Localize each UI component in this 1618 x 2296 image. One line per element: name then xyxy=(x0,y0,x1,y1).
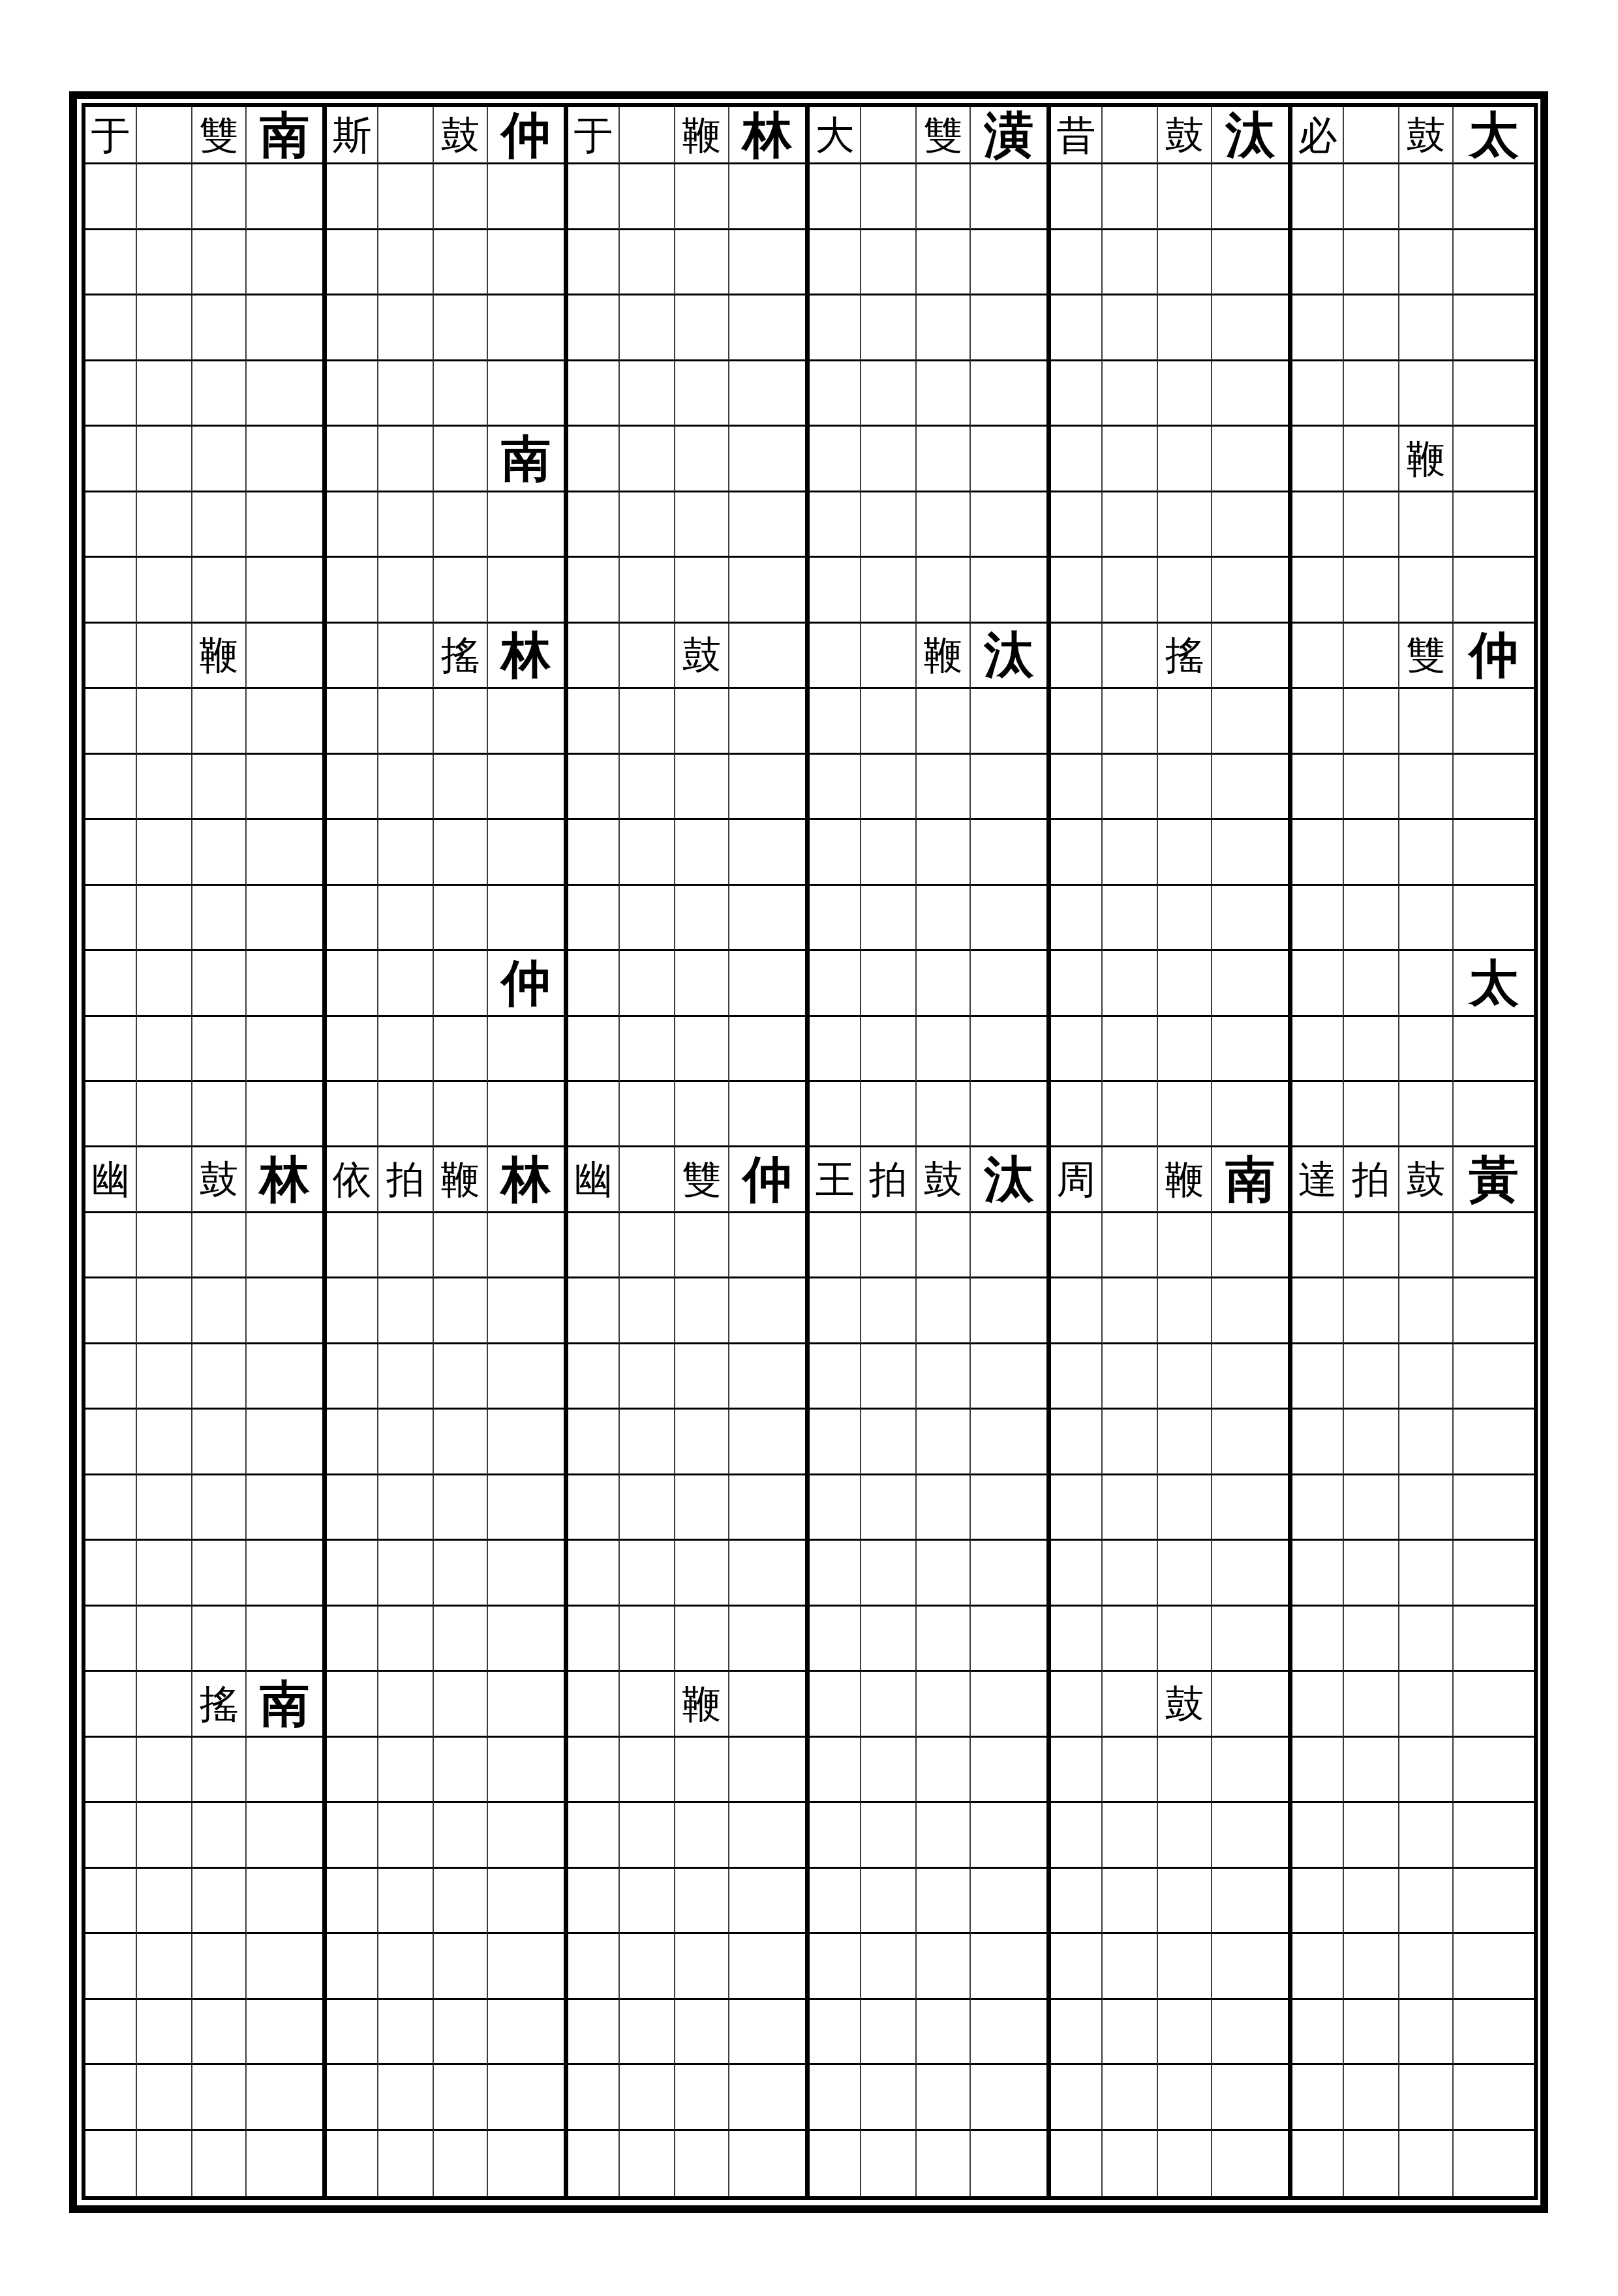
jeonggan-cell xyxy=(378,492,434,558)
jeonggan-cell xyxy=(568,1344,620,1410)
jeonggan-cell xyxy=(729,1738,810,1803)
jeonggan-cell xyxy=(1212,1017,1292,1082)
jeonggan-cell xyxy=(675,1344,730,1410)
jeonggan-cell xyxy=(729,886,810,951)
jeonggan-cell xyxy=(327,1672,378,1737)
pitch-char: 林 xyxy=(742,110,792,160)
jeonggan-cell xyxy=(1103,427,1158,492)
jeonggan-cell xyxy=(1212,1934,1292,1999)
jeonggan-cell xyxy=(971,427,1051,492)
jeonggan-cell xyxy=(327,1410,378,1475)
jeonggan-cell xyxy=(434,1344,489,1410)
jeonggan-cell xyxy=(971,558,1051,623)
jeonggan-cell xyxy=(137,107,192,164)
jeonggan-cell xyxy=(327,2000,378,2065)
jeonggan-cell xyxy=(85,951,137,1016)
jeonggan-cell xyxy=(247,558,327,623)
drum-char: 搖 xyxy=(440,635,480,674)
jeonggan-cell xyxy=(434,361,489,427)
jeonggan-cell xyxy=(1344,107,1399,164)
jeonggan-cell xyxy=(1292,689,1344,754)
jeonggan-cell xyxy=(1454,230,1534,295)
jeonggan-cell xyxy=(1212,2131,1292,2196)
jeonggan-cell xyxy=(1399,1410,1454,1475)
jeonggan-cell xyxy=(378,1082,434,1147)
jeonggan-cell xyxy=(247,1082,327,1147)
jeonggan-cell xyxy=(1344,427,1399,492)
jeonggan-cell xyxy=(192,558,247,623)
jeonggan-cell xyxy=(810,1541,861,1606)
jeonggan-cell xyxy=(1103,1213,1158,1278)
jeonggan-cell xyxy=(1454,2131,1534,2196)
jeonggan-cell xyxy=(861,295,917,361)
jeonggan-cell xyxy=(1399,1278,1454,1344)
jeonggan-cell xyxy=(568,164,620,230)
jeonggan-cell xyxy=(1454,820,1534,885)
pitch-char: 潢 xyxy=(984,110,1033,160)
jeonggan-cell xyxy=(861,1541,917,1606)
jeonggan-cell xyxy=(620,1213,675,1278)
jeonggan-cell xyxy=(247,492,327,558)
jeonggan-cell xyxy=(568,1869,620,1934)
jeonggan-cell xyxy=(247,230,327,295)
jeonggan-cell: 南 xyxy=(1212,1147,1292,1213)
jeonggan-cell xyxy=(1158,558,1213,623)
jeonggan-cell xyxy=(861,2000,917,2065)
jeonggan-cell xyxy=(1344,2131,1399,2196)
jeonggan-cell xyxy=(861,164,917,230)
jeonggan-cell xyxy=(488,558,568,623)
jeonggan-cell xyxy=(1051,1278,1103,1344)
jeonggan-cell xyxy=(378,689,434,754)
bak-char: 拍 xyxy=(1352,1160,1390,1198)
jeonggan-cell xyxy=(192,230,247,295)
jeonggan-cell xyxy=(1051,295,1103,361)
jeonggan-cell: 太 xyxy=(1454,107,1534,164)
jeonggan-cell xyxy=(327,1278,378,1344)
jeonggan-cell xyxy=(568,1541,620,1606)
jeonggan-cell xyxy=(729,1278,810,1344)
jeonggan-cell xyxy=(810,164,861,230)
jeonggan-cell xyxy=(85,427,137,492)
jeonggan-cell xyxy=(137,1344,192,1410)
jeonggan-cell: 仲 xyxy=(488,951,568,1016)
jeonggan-cell xyxy=(1158,1803,1213,1868)
jeonggan-cell xyxy=(1051,1410,1103,1475)
jeonggan-cell: 鼓 xyxy=(1158,1672,1213,1737)
jeonggan-cell xyxy=(810,1803,861,1868)
lyric-char: 于 xyxy=(573,115,613,155)
jeonggan-cell: 仲 xyxy=(729,1147,810,1213)
jeonggan-cell xyxy=(192,689,247,754)
jeonggan-cell xyxy=(137,1278,192,1344)
jeonggan-cell xyxy=(1212,820,1292,885)
jeonggan-cell xyxy=(137,295,192,361)
jeonggan-cell: 鼓 xyxy=(1399,107,1454,164)
jeonggan-cell xyxy=(675,164,730,230)
jeonggan-cell xyxy=(85,492,137,558)
jeonggan-cell xyxy=(1212,1475,1292,1541)
jeonggan-cell xyxy=(1344,230,1399,295)
jeonggan-cell xyxy=(1158,1213,1213,1278)
jeonggan-cell xyxy=(378,361,434,427)
jeonggan-cell xyxy=(675,1738,730,1803)
jeonggan-cell xyxy=(861,689,917,754)
jeonggan-cell xyxy=(1454,427,1534,492)
jeonggan-cell xyxy=(1292,2000,1344,2065)
jeonggan-cell xyxy=(1158,427,1213,492)
jeonggan-cell xyxy=(1051,1082,1103,1147)
jeonggan-cell xyxy=(85,2000,137,2065)
jeonggan-cell xyxy=(810,1934,861,1999)
jeonggan-cell xyxy=(729,1934,810,1999)
jeonggan-cell xyxy=(917,427,971,492)
jeonggan-cell xyxy=(1454,558,1534,623)
jeonggan-cell xyxy=(1344,361,1399,427)
jeonggan-cell xyxy=(327,427,378,492)
jeonggan-cell xyxy=(620,951,675,1016)
jeonggan-cell xyxy=(85,1278,137,1344)
jeonggan-cell xyxy=(85,558,137,623)
pitch-char: 林 xyxy=(501,1155,551,1204)
jeonggan-cell xyxy=(1051,2000,1103,2065)
jeonggan-cell: 達 xyxy=(1292,1147,1344,1213)
jeonggan-cell xyxy=(1399,1672,1454,1737)
jeonggan-cell xyxy=(1292,1607,1344,1672)
jeonggan-cell xyxy=(85,1803,137,1868)
jeonggan-cell xyxy=(729,1541,810,1606)
jeonggan-cell xyxy=(675,951,730,1016)
jeonggan-cell xyxy=(675,1541,730,1606)
pitch-char: 仲 xyxy=(501,110,551,160)
jeonggan-cell xyxy=(434,1082,489,1147)
drum-char: 雙 xyxy=(923,115,962,155)
jeonggan-cell xyxy=(1103,1869,1158,1934)
jeonggan-cell xyxy=(971,1607,1051,1672)
jeonggan-cell xyxy=(327,820,378,885)
jeonggan-cell xyxy=(1158,164,1213,230)
jeonggan-cell xyxy=(729,361,810,427)
jeonggan-cell xyxy=(1454,689,1534,754)
jeonggan-cell xyxy=(434,1869,489,1934)
jeonggan-cell xyxy=(137,755,192,820)
jeonggan-cell xyxy=(620,492,675,558)
jeonggan-cell xyxy=(861,1738,917,1803)
jeonggan-cell xyxy=(729,1869,810,1934)
jeonggan-cell xyxy=(810,1672,861,1737)
jeonggan-cell: 汰 xyxy=(971,1147,1051,1213)
jeonggan-cell xyxy=(917,2131,971,2196)
jeonggan-cell xyxy=(810,1410,861,1475)
jeonggan-cell xyxy=(85,164,137,230)
jeonggan-cell xyxy=(1292,886,1344,951)
pitch-char: 仲 xyxy=(742,1155,792,1204)
jeonggan-cell xyxy=(137,1607,192,1672)
jeonggan-cell xyxy=(810,755,861,820)
jeonggan-cell xyxy=(85,1738,137,1803)
jeonggan-cell xyxy=(327,624,378,689)
jeonggan-cell xyxy=(620,361,675,427)
jeonggan-cell xyxy=(971,755,1051,820)
jeonggan-cell xyxy=(620,886,675,951)
jeonggan-cell xyxy=(192,361,247,427)
jeonggan-cell xyxy=(85,2131,137,2196)
jeonggan-cell xyxy=(378,820,434,885)
jeonggan-cell xyxy=(192,1869,247,1934)
jeonggan-cell xyxy=(378,107,434,164)
jeonggan-cell: 雙 xyxy=(1399,624,1454,689)
jeonggan-cell xyxy=(620,1147,675,1213)
jeonggan-cell xyxy=(192,164,247,230)
jeonggan-cell xyxy=(192,1344,247,1410)
jeonggan-cell xyxy=(971,1213,1051,1278)
jeonggan-cell xyxy=(137,951,192,1016)
jeonggan-cell: 拍 xyxy=(378,1147,434,1213)
jeonggan-cell xyxy=(327,1082,378,1147)
jeonggan-cell xyxy=(327,492,378,558)
jeonggan-cell xyxy=(1158,1869,1213,1934)
jeonggan-cell xyxy=(378,1738,434,1803)
jeonggan-cell xyxy=(1292,164,1344,230)
jeonggan-cell xyxy=(917,1607,971,1672)
jeonggan-cell xyxy=(192,2000,247,2065)
jeonggan-cell xyxy=(1344,2000,1399,2065)
jeonggan-cell xyxy=(192,295,247,361)
jeonggan-cell xyxy=(1158,1017,1213,1082)
drum-char: 鼓 xyxy=(1165,1684,1204,1723)
jeonggan-cell xyxy=(917,1017,971,1082)
jeonggan-cell xyxy=(192,1934,247,1999)
jeonggan-cell xyxy=(917,1803,971,1868)
jeonggan-cell xyxy=(1051,886,1103,951)
jeonggan-cell xyxy=(378,1213,434,1278)
jeonggan-cell xyxy=(675,427,730,492)
jeonggan-cell xyxy=(1212,1082,1292,1147)
jeonggan-cell xyxy=(1454,1278,1534,1344)
jeonggan-cell: 鼓 xyxy=(675,624,730,689)
jeonggan-cell xyxy=(1158,755,1213,820)
jeonggan-cell xyxy=(1212,1869,1292,1934)
jeonggan-cell xyxy=(192,886,247,951)
jeonggan-cell xyxy=(85,886,137,951)
jeonggan-cell xyxy=(861,951,917,1016)
jeonggan-cell xyxy=(861,558,917,623)
jeonggan-cell xyxy=(434,230,489,295)
jeonggan-cell xyxy=(378,295,434,361)
jeonggan-cell xyxy=(620,689,675,754)
jeonggan-cell xyxy=(620,164,675,230)
jeonggan-cell: 鼓 xyxy=(192,1147,247,1213)
jeonggan-cell xyxy=(917,1213,971,1278)
jeonggan-cell xyxy=(1454,492,1534,558)
jeonggan-cell xyxy=(1212,295,1292,361)
jeonggan-cell xyxy=(434,689,489,754)
jeonggan-cell xyxy=(675,886,730,951)
jeonggan-cell xyxy=(192,1475,247,1541)
drum-char: 鞭 xyxy=(923,635,962,674)
jeonggan-cell xyxy=(247,361,327,427)
jeonggan-cell xyxy=(1292,1082,1344,1147)
jeonggan-cell xyxy=(434,1017,489,1082)
jeongganbo-page: 于雙南斯鼓仲于鞭林大雙潢昔鼓汰必鼓太南鞭鞭搖林鼓鞭汰搖雙仲仲太幽鼓林依拍鞭林幽雙… xyxy=(0,0,1618,2296)
jeonggan-cell xyxy=(861,624,917,689)
jeonggan-cell: 汰 xyxy=(1212,107,1292,164)
jeonggan-cell xyxy=(85,2065,137,2130)
jeonggan-cell xyxy=(434,2065,489,2130)
jeonggan-cell xyxy=(1292,1213,1344,1278)
jeonggan-cell xyxy=(434,558,489,623)
jeonggan-cell xyxy=(85,624,137,689)
jeonggan-cell xyxy=(1158,492,1213,558)
jeonggan-cell xyxy=(327,951,378,1016)
jeonggan-cell xyxy=(1051,1672,1103,1737)
jeonggan-cell xyxy=(1292,1410,1344,1475)
jeonggan-cell xyxy=(137,164,192,230)
jeonggan-cell xyxy=(137,689,192,754)
jeonggan-cell xyxy=(1103,886,1158,951)
jeonggan-cell xyxy=(488,1869,568,1934)
drum-char: 鼓 xyxy=(199,1160,238,1199)
jeonggan-cell xyxy=(861,2065,917,2130)
jeonggan-cell xyxy=(1399,1607,1454,1672)
jeonggan-cell xyxy=(1103,558,1158,623)
jeonggan-cell xyxy=(488,1278,568,1344)
jeonggan-cell xyxy=(247,624,327,689)
jeonggan-cell xyxy=(729,1803,810,1868)
jeonggan-cell xyxy=(85,1017,137,1082)
jeonggan-cell xyxy=(327,1934,378,1999)
jeonggan-cell xyxy=(729,1607,810,1672)
pitch-char: 林 xyxy=(501,630,551,680)
jeonggan-cell xyxy=(675,295,730,361)
jeonggan-cell xyxy=(568,1672,620,1737)
jeonggan-cell xyxy=(861,886,917,951)
jeonggan-cell xyxy=(434,1410,489,1475)
jeonggan-cell xyxy=(434,820,489,885)
jeonggan-cell xyxy=(488,2131,568,2196)
jeonggan-cell xyxy=(1399,2131,1454,2196)
jeonggan-cell xyxy=(1344,1869,1399,1934)
jeonggan-cell xyxy=(137,361,192,427)
jeonggan-cell xyxy=(1158,361,1213,427)
jeonggan-cell xyxy=(568,2000,620,2065)
jeonggan-cell: 鞭 xyxy=(192,624,247,689)
jeonggan-cell: 搖 xyxy=(1158,624,1213,689)
jeonggan-cell: 南 xyxy=(247,1672,327,1737)
jeonggan-cell xyxy=(1454,1869,1534,1934)
jeonggan-cell xyxy=(1292,1541,1344,1606)
jeonggan-cell xyxy=(1292,230,1344,295)
jeonggan-cell: 仲 xyxy=(488,107,568,164)
jeonggan-cell xyxy=(434,1541,489,1606)
jeonggan-cell xyxy=(971,2000,1051,2065)
jeonggan-cell xyxy=(378,755,434,820)
jeonggan-cell xyxy=(568,951,620,1016)
jeonggan-cell xyxy=(861,1934,917,1999)
jeonggan-cell xyxy=(1344,1672,1399,1737)
lyric-char: 大 xyxy=(815,115,854,155)
jeonggan-cell xyxy=(1292,2065,1344,2130)
jeonggan-cell xyxy=(1399,820,1454,885)
score-inner-border: 于雙南斯鼓仲于鞭林大雙潢昔鼓汰必鼓太南鞭鞭搖林鼓鞭汰搖雙仲仲太幽鼓林依拍鞭林幽雙… xyxy=(82,103,1538,2200)
jeonggan-cell xyxy=(247,1017,327,1082)
jeonggan-cell xyxy=(1344,1344,1399,1410)
jeonggan-cell xyxy=(1051,361,1103,427)
jeonggan-cell xyxy=(810,1475,861,1541)
jeonggan-cell xyxy=(810,951,861,1016)
jeonggan-cell xyxy=(247,1213,327,1278)
jeonggan-cell xyxy=(1103,1344,1158,1410)
drum-char: 鞭 xyxy=(1406,439,1445,478)
jeonggan-cell xyxy=(620,755,675,820)
jeonggan-cell xyxy=(488,492,568,558)
jeonggan-cell xyxy=(1051,1803,1103,1868)
jeonggan-cell xyxy=(810,2131,861,2196)
jeonggan-cell: 于 xyxy=(85,107,137,164)
jeonggan-cell xyxy=(620,1278,675,1344)
drum-char: 鞭 xyxy=(1165,1160,1204,1199)
jeonggan-cell xyxy=(327,1738,378,1803)
jeonggan-cell: 雙 xyxy=(675,1147,730,1213)
jeonggan-cell xyxy=(729,2065,810,2130)
jeonggan-cell xyxy=(247,1541,327,1606)
jeonggan-cell xyxy=(378,2131,434,2196)
jeonggan-cell xyxy=(85,295,137,361)
jeonggan-cell xyxy=(85,1410,137,1475)
jeonggan-cell xyxy=(1454,295,1534,361)
jeonggan-cell xyxy=(1292,558,1344,623)
pitch-char: 南 xyxy=(260,1679,309,1729)
jeonggan-cell xyxy=(1051,1344,1103,1410)
jeonggan-cell xyxy=(861,2131,917,2196)
jeonggan-cell xyxy=(1344,1607,1399,1672)
jeonggan-cell xyxy=(810,624,861,689)
jeonggan-cell xyxy=(192,1607,247,1672)
lyric-char: 周 xyxy=(1056,1160,1095,1199)
jeonggan-cell xyxy=(1399,951,1454,1016)
jeonggan-cell xyxy=(327,361,378,427)
jeonggan-cell xyxy=(675,1082,730,1147)
jeonggan-cell xyxy=(247,1934,327,1999)
jeonggan-cell xyxy=(85,1213,137,1278)
jeonggan-cell xyxy=(675,361,730,427)
jeonggan-cell xyxy=(861,1278,917,1344)
jeonggan-cell xyxy=(434,2131,489,2196)
jeonggan-cell xyxy=(729,1410,810,1475)
jeonggan-cell xyxy=(1344,1082,1399,1147)
score-grid: 于雙南斯鼓仲于鞭林大雙潢昔鼓汰必鼓太南鞭鞭搖林鼓鞭汰搖雙仲仲太幽鼓林依拍鞭林幽雙… xyxy=(85,107,1534,2196)
jeonggan-cell xyxy=(568,1803,620,1868)
jeonggan-cell xyxy=(568,295,620,361)
jeonggan-cell xyxy=(1344,624,1399,689)
jeonggan-cell: 仲 xyxy=(1454,624,1534,689)
jeonggan-cell xyxy=(137,2000,192,2065)
jeonggan-cell xyxy=(1292,951,1344,1016)
jeonggan-cell xyxy=(971,361,1051,427)
jeonggan-cell: 林 xyxy=(488,624,568,689)
jeonggan-cell: 昔 xyxy=(1051,107,1103,164)
jeonggan-cell xyxy=(568,2131,620,2196)
jeonggan-cell xyxy=(1454,1082,1534,1147)
jeonggan-cell xyxy=(1158,230,1213,295)
jeonggan-cell xyxy=(378,1934,434,1999)
jeonggan-cell xyxy=(192,1541,247,1606)
jeonggan-cell xyxy=(1399,755,1454,820)
jeonggan-cell xyxy=(434,164,489,230)
jeonggan-cell xyxy=(810,1017,861,1082)
jeonggan-cell xyxy=(861,230,917,295)
jeonggan-cell xyxy=(137,1147,192,1213)
